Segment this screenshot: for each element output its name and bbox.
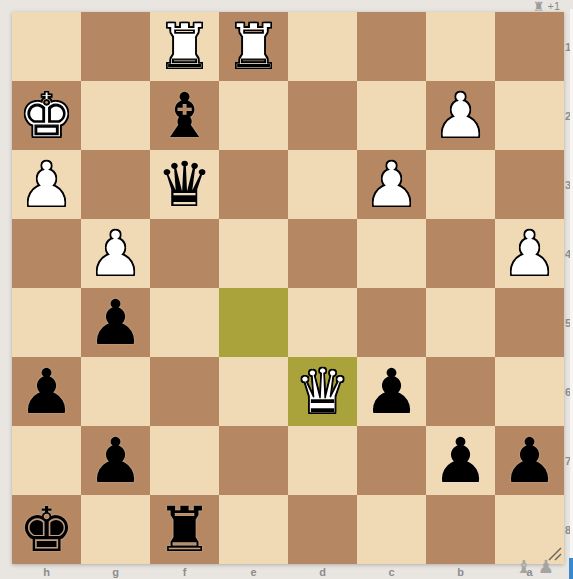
square-c6[interactable]: ♟ [357, 357, 426, 426]
square-g2[interactable] [81, 81, 150, 150]
square-e2[interactable] [219, 81, 288, 150]
square-b2[interactable]: ♟ [426, 81, 495, 150]
square-h1[interactable] [12, 12, 81, 81]
black-pawn-g5[interactable]: ♟ [81, 288, 150, 357]
square-e6[interactable] [219, 357, 288, 426]
square-f2[interactable]: ♝ [150, 81, 219, 150]
white-pawn-h3[interactable]: ♟ [12, 150, 81, 219]
square-b5[interactable] [426, 288, 495, 357]
file-label-h: h [12, 564, 81, 579]
square-g5[interactable]: ♟ [81, 288, 150, 357]
file-coordinates: hgfedcba [12, 564, 564, 579]
square-f5[interactable] [150, 288, 219, 357]
square-e5[interactable] [219, 288, 288, 357]
square-c8[interactable] [357, 495, 426, 564]
black-queen-f3[interactable]: ♛ [150, 150, 219, 219]
square-d3[interactable] [288, 150, 357, 219]
white-king-h2[interactable]: ♚ [12, 81, 81, 150]
square-h5[interactable] [12, 288, 81, 357]
square-d1[interactable] [288, 12, 357, 81]
file-label-c: c [357, 564, 426, 579]
square-g3[interactable] [81, 150, 150, 219]
square-h3[interactable]: ♟ [12, 150, 81, 219]
square-a4[interactable]: ♟ [495, 219, 564, 288]
square-g6[interactable] [81, 357, 150, 426]
square-a1[interactable] [495, 12, 564, 81]
chess-board: ♜♜♚♝♟♟♛♟♟♟♟♟♛♟♟♟♟♚♜ [12, 12, 564, 564]
white-pawn-c3[interactable]: ♟ [357, 150, 426, 219]
white-queen-d6[interactable]: ♛ [288, 357, 357, 426]
square-f3[interactable]: ♛ [150, 150, 219, 219]
square-d6[interactable]: ♛ [288, 357, 357, 426]
square-c4[interactable] [357, 219, 426, 288]
square-c7[interactable] [357, 426, 426, 495]
square-e3[interactable] [219, 150, 288, 219]
black-pawn-a7[interactable]: ♟ [495, 426, 564, 495]
black-pawn-h6[interactable]: ♟ [12, 357, 81, 426]
square-h8[interactable]: ♚ [12, 495, 81, 564]
square-d8[interactable] [288, 495, 357, 564]
square-b4[interactable] [426, 219, 495, 288]
square-a3[interactable] [495, 150, 564, 219]
square-g4[interactable]: ♟ [81, 219, 150, 288]
square-f7[interactable] [150, 426, 219, 495]
file-label-g: g [81, 564, 150, 579]
square-g8[interactable] [81, 495, 150, 564]
square-f8[interactable]: ♜ [150, 495, 219, 564]
square-d2[interactable] [288, 81, 357, 150]
square-c2[interactable] [357, 81, 426, 150]
black-bishop-f2[interactable]: ♝ [150, 81, 219, 150]
white-rook-f1[interactable]: ♜ [150, 12, 219, 81]
white-pawn-a4[interactable]: ♟ [495, 219, 564, 288]
file-label-e: e [219, 564, 288, 579]
black-pawn-g7[interactable]: ♟ [81, 426, 150, 495]
white-pawn-b2[interactable]: ♟ [426, 81, 495, 150]
square-a7[interactable]: ♟ [495, 426, 564, 495]
square-b1[interactable] [426, 12, 495, 81]
square-c3[interactable]: ♟ [357, 150, 426, 219]
square-d5[interactable] [288, 288, 357, 357]
file-label-f: f [150, 564, 219, 579]
square-c5[interactable] [357, 288, 426, 357]
square-e8[interactable] [219, 495, 288, 564]
square-h6[interactable]: ♟ [12, 357, 81, 426]
captured-pawn-icon: ♟ [538, 556, 554, 578]
clipped-blue-button[interactable] [569, 558, 573, 579]
white-rook-e1[interactable]: ♜ [219, 12, 288, 81]
file-label-d: d [288, 564, 357, 579]
square-b6[interactable] [426, 357, 495, 426]
square-f6[interactable] [150, 357, 219, 426]
square-e1[interactable]: ♜ [219, 12, 288, 81]
captured-bishop-icon: ♝ [516, 556, 532, 578]
square-a2[interactable] [495, 81, 564, 150]
square-g7[interactable]: ♟ [81, 426, 150, 495]
square-a6[interactable] [495, 357, 564, 426]
file-label-b: b [426, 564, 495, 579]
square-g1[interactable] [81, 12, 150, 81]
black-pawn-b7[interactable]: ♟ [426, 426, 495, 495]
square-e4[interactable] [219, 219, 288, 288]
black-pawn-c6[interactable]: ♟ [357, 357, 426, 426]
square-h7[interactable] [12, 426, 81, 495]
square-d7[interactable] [288, 426, 357, 495]
square-c1[interactable] [357, 12, 426, 81]
square-b8[interactable] [426, 495, 495, 564]
square-f1[interactable]: ♜ [150, 12, 219, 81]
white-pawn-g4[interactable]: ♟ [81, 219, 150, 288]
square-f4[interactable] [150, 219, 219, 288]
square-d4[interactable] [288, 219, 357, 288]
black-king-h8[interactable]: ♚ [12, 495, 81, 564]
black-rook-f8[interactable]: ♜ [150, 495, 219, 564]
square-b3[interactable] [426, 150, 495, 219]
square-b7[interactable]: ♟ [426, 426, 495, 495]
square-h4[interactable] [12, 219, 81, 288]
square-e7[interactable] [219, 426, 288, 495]
square-a5[interactable] [495, 288, 564, 357]
captured-pieces-bottom: ♝♟ [516, 556, 554, 578]
square-h2[interactable]: ♚ [12, 81, 81, 150]
